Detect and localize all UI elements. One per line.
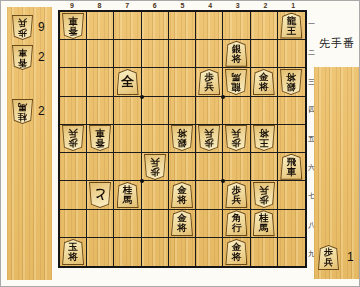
board-cell-5-1[interactable] bbox=[169, 12, 196, 40]
sente-piece-玉将-99[interactable]: 玉将 bbox=[62, 239, 84, 265]
gote-piece-歩兵-35[interactable]: 歩兵 bbox=[225, 125, 247, 151]
board-cell-4-1[interactable] bbox=[196, 12, 223, 40]
board-cell-8-8[interactable] bbox=[87, 210, 114, 238]
board-cell-7-1[interactable] bbox=[114, 12, 141, 40]
board-cell-8-5[interactable]: 香車 bbox=[87, 125, 114, 153]
sente-hand-count: 1 bbox=[347, 250, 354, 264]
board-cell-4-3[interactable]: 歩兵 bbox=[196, 68, 223, 96]
gote-piece-香車-91[interactable]: 香車 bbox=[62, 13, 84, 39]
sente-piece-龍王-11[interactable]: 龍王 bbox=[280, 13, 302, 39]
gote-hand-count: 9 bbox=[38, 20, 45, 34]
board-cell-3-2[interactable]: 銀将 bbox=[223, 40, 250, 68]
board-cell-6-3[interactable] bbox=[142, 68, 169, 96]
gote-piece-と-87[interactable]: と bbox=[89, 182, 111, 208]
board-cell-1-8[interactable] bbox=[278, 210, 305, 238]
gote-piece-歩兵-66[interactable]: 歩兵 bbox=[144, 154, 166, 180]
board-cell-2-5[interactable]: 王将 bbox=[251, 125, 278, 153]
board-cell-1-7[interactable] bbox=[278, 181, 305, 209]
board-cell-9-6[interactable] bbox=[60, 153, 87, 181]
board-cell-6-5[interactable] bbox=[142, 125, 169, 153]
board-cell-4-2[interactable] bbox=[196, 40, 223, 68]
board-cell-7-6[interactable] bbox=[114, 153, 141, 181]
file-label: 9 bbox=[58, 1, 86, 10]
board-cell-8-4[interactable] bbox=[87, 97, 114, 125]
board-cell-3-6[interactable] bbox=[223, 153, 250, 181]
sente-piece-歩兵-43[interactable]: 歩兵 bbox=[198, 69, 220, 95]
board-cell-8-7[interactable]: と bbox=[87, 181, 114, 209]
board-cell-6-4[interactable] bbox=[142, 97, 169, 125]
board-cell-1-4[interactable] bbox=[278, 97, 305, 125]
board-cell-6-7[interactable] bbox=[142, 181, 169, 209]
board-cell-1-3[interactable]: 銀将 bbox=[278, 68, 305, 96]
board-cell-2-1[interactable] bbox=[251, 12, 278, 40]
rank-label: 一 bbox=[307, 10, 316, 39]
turn-indicator: 先手番 bbox=[314, 36, 360, 51]
board-cell-1-6[interactable]: 飛車 bbox=[278, 153, 305, 181]
board-cell-6-2[interactable] bbox=[142, 40, 169, 68]
file-label: 7 bbox=[113, 1, 141, 10]
sente-piece-角行-38[interactable]: 角行 bbox=[225, 210, 247, 236]
board-cell-7-8[interactable] bbox=[114, 210, 141, 238]
board-cell-3-5[interactable]: 歩兵 bbox=[223, 125, 250, 153]
gote-hand-piece-桂馬[interactable]: 桂馬 bbox=[12, 99, 33, 124]
board-cell-2-3[interactable]: 金将 bbox=[251, 68, 278, 96]
board-cell-4-5[interactable]: 歩兵 bbox=[196, 125, 223, 153]
board-cell-2-9[interactable] bbox=[251, 238, 278, 266]
board-cell-5-4[interactable] bbox=[169, 97, 196, 125]
board-cell-7-2[interactable] bbox=[114, 40, 141, 68]
board-cell-3-3[interactable]: 龍馬 bbox=[223, 68, 250, 96]
file-label: 1 bbox=[279, 1, 307, 10]
board-cell-8-3[interactable] bbox=[87, 68, 114, 96]
board-cell-5-2[interactable] bbox=[169, 40, 196, 68]
gote-hand-piece-歩兵[interactable]: 歩兵 bbox=[12, 15, 33, 40]
sente-piece-飛車-16[interactable]: 飛車 bbox=[280, 154, 302, 180]
file-label: 8 bbox=[86, 1, 114, 10]
board-cell-1-1[interactable]: 龍王 bbox=[278, 12, 305, 40]
star-point bbox=[140, 95, 144, 99]
board-cell-9-9[interactable]: 玉将 bbox=[60, 238, 87, 266]
board-cell-3-1[interactable] bbox=[223, 12, 250, 40]
board-cell-8-6[interactable] bbox=[87, 153, 114, 181]
board-cell-9-1[interactable]: 香車 bbox=[60, 12, 87, 40]
gote-captured-stand[interactable]: 歩兵9香車2桂馬2 bbox=[7, 7, 52, 280]
gote-hand-count: 2 bbox=[38, 104, 45, 118]
board-cell-9-3[interactable] bbox=[60, 68, 87, 96]
board-cell-6-9[interactable] bbox=[142, 238, 169, 266]
gote-piece-銀将-13[interactable]: 銀将 bbox=[280, 69, 302, 95]
sente-piece-金将-23[interactable]: 金将 bbox=[253, 69, 275, 95]
board-cell-5-3[interactable] bbox=[169, 68, 196, 96]
file-label: 2 bbox=[252, 1, 280, 10]
board-cell-6-6[interactable]: 歩兵 bbox=[142, 153, 169, 181]
board-cell-1-5[interactable] bbox=[278, 125, 305, 153]
board-cell-4-8[interactable] bbox=[196, 210, 223, 238]
file-labels: 987654321 bbox=[58, 1, 307, 10]
board-cell-7-5[interactable] bbox=[114, 125, 141, 153]
sente-piece-全-73[interactable]: 全 bbox=[117, 69, 139, 95]
board-cell-1-9[interactable] bbox=[278, 238, 305, 266]
board-cell-2-2[interactable] bbox=[251, 40, 278, 68]
board-cell-2-6[interactable] bbox=[251, 153, 278, 181]
board-cell-6-1[interactable] bbox=[142, 12, 169, 40]
board-cell-3-8[interactable]: 角行 bbox=[223, 210, 250, 238]
file-label: 6 bbox=[141, 1, 169, 10]
gote-piece-龍馬-33[interactable]: 龍馬 bbox=[225, 69, 247, 95]
gote-piece-銀将-55[interactable]: 銀将 bbox=[171, 125, 193, 151]
sente-hand-piece-歩兵[interactable]: 歩兵 bbox=[318, 245, 339, 270]
board-cell-1-2[interactable] bbox=[278, 40, 305, 68]
shogi-board[interactable]: 香車龍王銀将全歩兵龍馬金将銀将歩兵香車銀将歩兵歩兵王将歩兵飛車と桂馬金将歩兵歩兵… bbox=[58, 10, 307, 268]
sente-piece-銀将-32[interactable]: 銀将 bbox=[225, 41, 247, 67]
board-cell-9-7[interactable] bbox=[60, 181, 87, 209]
board-cell-2-8[interactable]: 桂馬 bbox=[251, 210, 278, 238]
board-cell-8-1[interactable] bbox=[87, 12, 114, 40]
board-cell-2-4[interactable] bbox=[251, 97, 278, 125]
board-cell-5-6[interactable] bbox=[169, 153, 196, 181]
board-cell-9-8[interactable] bbox=[60, 210, 87, 238]
gote-piece-歩兵-45[interactable]: 歩兵 bbox=[198, 125, 220, 151]
board-cell-4-7[interactable] bbox=[196, 181, 223, 209]
board-cell-9-4[interactable] bbox=[60, 97, 87, 125]
board-cell-7-7[interactable]: 桂馬 bbox=[114, 181, 141, 209]
board-cell-3-9[interactable]: 金将 bbox=[223, 238, 250, 266]
gote-hand-count: 2 bbox=[38, 50, 45, 64]
gote-piece-歩兵-27[interactable]: 歩兵 bbox=[253, 182, 275, 208]
gote-hand-piece-香車[interactable]: 香車 bbox=[12, 45, 33, 70]
file-label: 3 bbox=[224, 1, 252, 10]
board-cell-4-6[interactable] bbox=[196, 153, 223, 181]
sente-piece-歩兵-37[interactable]: 歩兵 bbox=[225, 182, 247, 208]
board-cell-7-3[interactable]: 全 bbox=[114, 68, 141, 96]
sente-piece-桂馬-28[interactable]: 桂馬 bbox=[253, 210, 275, 236]
board-cell-5-5[interactable]: 銀将 bbox=[169, 125, 196, 153]
sente-piece-金将-58[interactable]: 金将 bbox=[171, 210, 193, 236]
board-cell-7-4[interactable] bbox=[114, 97, 141, 125]
gote-piece-王将-25[interactable]: 王将 bbox=[253, 125, 275, 151]
sente-captured-stand[interactable]: 歩兵1 bbox=[314, 67, 359, 279]
file-label: 5 bbox=[169, 1, 197, 10]
sente-piece-金将-39[interactable]: 金将 bbox=[225, 239, 247, 265]
board-cell-3-7[interactable]: 歩兵 bbox=[223, 181, 250, 209]
board-cell-2-7[interactable]: 歩兵 bbox=[251, 181, 278, 209]
board-cell-3-4[interactable] bbox=[223, 97, 250, 125]
sente-piece-桂馬-77[interactable]: 桂馬 bbox=[117, 182, 139, 208]
board-cell-4-9[interactable] bbox=[196, 238, 223, 266]
board-cell-5-9[interactable] bbox=[169, 238, 196, 266]
board-cell-6-8[interactable] bbox=[142, 210, 169, 238]
board-cell-9-5[interactable]: 歩兵 bbox=[60, 125, 87, 153]
shogi-diagram: 歩兵9香車2桂馬2 987654321 香車龍王銀将全歩兵龍馬金将銀将歩兵香車銀… bbox=[0, 0, 360, 287]
sente-piece-金将-57[interactable]: 金将 bbox=[171, 182, 193, 208]
board-cell-9-2[interactable] bbox=[60, 40, 87, 68]
board-cell-5-7[interactable]: 金将 bbox=[169, 181, 196, 209]
board-cell-8-2[interactable] bbox=[87, 40, 114, 68]
board-cell-5-8[interactable]: 金将 bbox=[169, 210, 196, 238]
board-cell-8-9[interactable] bbox=[87, 238, 114, 266]
file-label: 4 bbox=[196, 1, 224, 10]
gote-piece-歩兵-95[interactable]: 歩兵 bbox=[62, 125, 84, 151]
board-cell-4-4[interactable] bbox=[196, 97, 223, 125]
board-cell-7-9[interactable] bbox=[114, 238, 141, 266]
gote-piece-香車-85[interactable]: 香車 bbox=[89, 125, 111, 151]
